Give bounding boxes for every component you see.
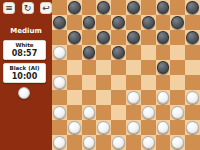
undo-icon: ↩	[42, 3, 50, 13]
square-r3c5	[111, 30, 126, 45]
square-r4c4	[96, 45, 111, 60]
square-r4c10	[185, 45, 200, 60]
restart-button[interactable]: ↻	[22, 2, 34, 14]
square-r6c8	[156, 75, 171, 90]
square-r8c3[interactable]	[82, 105, 97, 120]
square-r6c4	[96, 75, 111, 90]
square-r6c7[interactable]	[141, 75, 156, 90]
square-r3c10[interactable]	[185, 30, 200, 45]
white-piece[interactable]	[127, 121, 140, 134]
square-r1c8[interactable]	[156, 0, 171, 15]
square-r5c2[interactable]	[67, 60, 82, 75]
black-piece[interactable]	[112, 16, 125, 29]
square-r5c8[interactable]	[156, 60, 171, 75]
black-piece[interactable]	[53, 16, 66, 29]
square-r10c8	[156, 135, 171, 150]
black-piece[interactable]	[186, 1, 199, 14]
square-r6c3[interactable]	[82, 75, 97, 90]
white-piece[interactable]	[97, 121, 110, 134]
square-r4c3[interactable]	[82, 45, 97, 60]
square-r10c6	[126, 135, 141, 150]
square-r10c9[interactable]	[170, 135, 185, 150]
square-r7c5	[111, 90, 126, 105]
white-piece[interactable]	[186, 91, 199, 104]
white-piece[interactable]	[53, 76, 66, 89]
black-piece[interactable]	[97, 1, 110, 14]
square-r3c4[interactable]	[96, 30, 111, 45]
white-piece[interactable]	[142, 136, 155, 149]
square-r2c4	[96, 15, 111, 30]
square-r2c1[interactable]	[52, 15, 67, 30]
white-piece[interactable]	[186, 121, 199, 134]
square-r10c5[interactable]	[111, 135, 126, 150]
black-piece[interactable]	[68, 31, 81, 44]
square-r3c1	[52, 30, 67, 45]
square-r4c7[interactable]	[141, 45, 156, 60]
square-r1c4[interactable]	[96, 0, 111, 15]
square-r2c8	[156, 15, 171, 30]
checkers-app: ≡ ↻ ↩ Medium White 08:57 Black (AI) 10:0…	[0, 0, 200, 150]
square-r4c9[interactable]	[170, 45, 185, 60]
square-r5c6[interactable]	[126, 60, 141, 75]
square-r8c5[interactable]	[111, 105, 126, 120]
square-r7c6[interactable]	[126, 90, 141, 105]
white-piece[interactable]	[127, 91, 140, 104]
white-piece[interactable]	[112, 136, 125, 149]
square-r3c6[interactable]	[126, 30, 141, 45]
black-piece[interactable]	[127, 1, 140, 14]
square-r10c2	[67, 135, 82, 150]
white-piece[interactable]	[142, 106, 155, 119]
square-r7c4[interactable]	[96, 90, 111, 105]
black-piece[interactable]	[142, 16, 155, 29]
square-r8c6	[126, 105, 141, 120]
square-r7c8[interactable]	[156, 90, 171, 105]
black-piece[interactable]	[68, 1, 81, 14]
white-piece[interactable]	[53, 106, 66, 119]
black-piece[interactable]	[127, 31, 140, 44]
square-r8c1[interactable]	[52, 105, 67, 120]
white-timer-label: White	[15, 42, 33, 49]
square-r10c3[interactable]	[82, 135, 97, 150]
square-r7c9	[170, 90, 185, 105]
square-r9c8[interactable]	[156, 120, 171, 135]
square-r2c5[interactable]	[111, 15, 126, 30]
square-r4c1[interactable]	[52, 45, 67, 60]
black-piece[interactable]	[97, 31, 110, 44]
square-r6c2	[67, 75, 82, 90]
square-r2c3[interactable]	[82, 15, 97, 30]
black-piece[interactable]	[171, 16, 184, 29]
white-piece[interactable]	[53, 46, 66, 59]
square-r3c2[interactable]	[67, 30, 82, 45]
square-r3c3	[82, 30, 97, 45]
square-r8c7[interactable]	[141, 105, 156, 120]
square-r9c1	[52, 120, 67, 135]
black-timer-label: Black (AI)	[10, 65, 40, 72]
square-r2c7[interactable]	[141, 15, 156, 30]
square-r3c8[interactable]	[156, 30, 171, 45]
black-piece[interactable]	[83, 46, 96, 59]
square-r7c3	[82, 90, 97, 105]
square-r5c1	[52, 60, 67, 75]
black-timer-panel: Black (AI) 10:00	[3, 63, 46, 83]
square-r8c9[interactable]	[170, 105, 185, 120]
square-r9c10[interactable]	[185, 120, 200, 135]
square-r9c4[interactable]	[96, 120, 111, 135]
square-r2c6	[126, 15, 141, 30]
black-piece[interactable]	[157, 1, 170, 14]
white-timer-panel: White 08:57	[3, 40, 46, 60]
square-r6c10	[185, 75, 200, 90]
square-r1c1	[52, 0, 67, 15]
square-r1c3	[82, 0, 97, 15]
black-piece[interactable]	[83, 16, 96, 29]
square-r10c1[interactable]	[52, 135, 67, 150]
square-r9c3	[82, 120, 97, 135]
white-piece[interactable]	[83, 136, 96, 149]
white-piece[interactable]	[68, 121, 81, 134]
square-r2c10	[185, 15, 200, 30]
square-r1c5	[111, 0, 126, 15]
square-r4c2	[67, 45, 82, 60]
square-r7c2[interactable]	[67, 90, 82, 105]
white-piece[interactable]	[53, 136, 66, 149]
square-r9c7	[141, 120, 156, 135]
square-r7c10[interactable]	[185, 90, 200, 105]
square-r8c10	[185, 105, 200, 120]
white-timer-value: 08:57	[12, 49, 37, 58]
hamburger-icon: ≡	[5, 3, 13, 13]
square-r9c2[interactable]	[67, 120, 82, 135]
square-r10c7[interactable]	[141, 135, 156, 150]
white-piece[interactable]	[157, 121, 170, 134]
square-r4c5[interactable]	[111, 45, 126, 60]
square-r8c4	[96, 105, 111, 120]
square-r6c6	[126, 75, 141, 90]
square-r8c8	[156, 105, 171, 120]
square-r8c2	[67, 105, 82, 120]
black-piece[interactable]	[186, 31, 199, 44]
square-r5c9	[170, 60, 185, 75]
square-r5c10[interactable]	[185, 60, 200, 75]
square-r1c10[interactable]	[185, 0, 200, 15]
menu-button[interactable]: ≡	[3, 2, 15, 14]
square-r9c6[interactable]	[126, 120, 141, 135]
square-r5c5	[111, 60, 126, 75]
turn-indicator-white-piece	[18, 87, 30, 99]
white-piece[interactable]	[171, 106, 184, 119]
toolbar: ≡ ↻ ↩	[3, 2, 52, 14]
square-r7c1	[52, 90, 67, 105]
square-r4c8	[156, 45, 171, 60]
square-r5c4[interactable]	[96, 60, 111, 75]
difficulty-label: Medium	[0, 27, 52, 35]
restart-icon: ↻	[24, 3, 32, 13]
square-r1c6[interactable]	[126, 0, 141, 15]
square-r1c7	[141, 0, 156, 15]
black-piece[interactable]	[112, 46, 125, 59]
square-r7c7	[141, 90, 156, 105]
square-r6c1[interactable]	[52, 75, 67, 90]
square-r5c3	[82, 60, 97, 75]
square-r2c2	[67, 15, 82, 30]
white-piece[interactable]	[157, 91, 170, 104]
square-r6c5[interactable]	[111, 75, 126, 90]
undo-button[interactable]: ↩	[40, 2, 52, 14]
black-piece[interactable]	[157, 61, 170, 74]
black-piece[interactable]	[157, 31, 170, 44]
draughts-board	[52, 0, 200, 150]
square-r2c9[interactable]	[170, 15, 185, 30]
square-r5c7	[141, 60, 156, 75]
black-timer-value: 10:00	[12, 72, 37, 81]
square-r6c9[interactable]	[170, 75, 185, 90]
square-r3c7	[141, 30, 156, 45]
square-r3c9	[170, 30, 185, 45]
square-r10c10	[185, 135, 200, 150]
white-piece[interactable]	[171, 136, 184, 149]
sidebar: ≡ ↻ ↩ Medium White 08:57 Black (AI) 10:0…	[0, 0, 52, 150]
white-piece[interactable]	[83, 106, 96, 119]
square-r1c9	[170, 0, 185, 15]
square-r9c9	[170, 120, 185, 135]
square-r9c5	[111, 120, 126, 135]
square-r1c2[interactable]	[67, 0, 82, 15]
square-r10c4	[96, 135, 111, 150]
square-r4c6	[126, 45, 141, 60]
